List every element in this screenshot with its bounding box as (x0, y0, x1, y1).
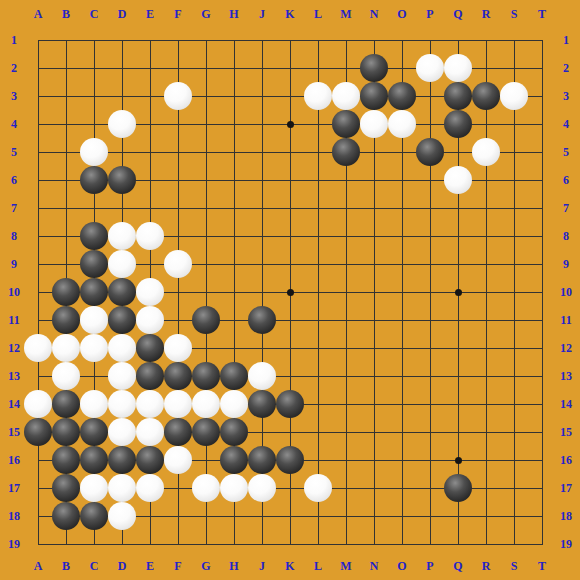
board-intersection[interactable] (108, 306, 136, 334)
board-intersection[interactable] (416, 334, 444, 362)
board-intersection[interactable] (472, 530, 500, 558)
board-intersection[interactable] (220, 194, 248, 222)
board-intersection[interactable] (24, 250, 52, 278)
board-intersection[interactable] (304, 474, 332, 502)
board-intersection[interactable] (136, 334, 164, 362)
board-intersection[interactable] (24, 390, 52, 418)
board-intersection[interactable] (136, 82, 164, 110)
board-intersection[interactable] (500, 250, 528, 278)
board-intersection[interactable] (276, 530, 304, 558)
board-intersection[interactable] (388, 362, 416, 390)
board-intersection[interactable] (220, 362, 248, 390)
board-intersection[interactable] (24, 110, 52, 138)
board-intersection[interactable] (164, 530, 192, 558)
board-intersection[interactable] (388, 446, 416, 474)
board-intersection[interactable] (192, 278, 220, 306)
board-intersection[interactable] (416, 278, 444, 306)
board-intersection[interactable] (360, 306, 388, 334)
board-intersection[interactable] (444, 222, 472, 250)
board-intersection[interactable] (388, 306, 416, 334)
board-intersection[interactable] (472, 446, 500, 474)
board-intersection[interactable] (248, 502, 276, 530)
board-intersection[interactable] (276, 222, 304, 250)
board-intersection[interactable] (332, 530, 360, 558)
board-intersection[interactable] (472, 474, 500, 502)
board-intersection[interactable] (108, 26, 136, 54)
board-intersection[interactable] (500, 222, 528, 250)
board-intersection[interactable] (220, 446, 248, 474)
board-intersection[interactable] (304, 194, 332, 222)
board-intersection[interactable] (220, 530, 248, 558)
board-intersection[interactable] (304, 390, 332, 418)
board-intersection[interactable] (332, 334, 360, 362)
board-intersection[interactable] (276, 474, 304, 502)
board-intersection[interactable] (80, 138, 108, 166)
board-intersection[interactable] (500, 194, 528, 222)
board-intersection[interactable] (248, 362, 276, 390)
board-intersection[interactable] (136, 446, 164, 474)
board-intersection[interactable] (360, 54, 388, 82)
board-intersection[interactable] (388, 26, 416, 54)
board-intersection[interactable] (416, 418, 444, 446)
board-intersection[interactable] (80, 306, 108, 334)
board-intersection[interactable] (24, 82, 52, 110)
board-intersection[interactable] (192, 362, 220, 390)
board-intersection[interactable] (52, 530, 80, 558)
board-intersection[interactable] (220, 278, 248, 306)
board-intersection[interactable] (388, 334, 416, 362)
board-intersection[interactable] (416, 530, 444, 558)
board-intersection[interactable] (444, 474, 472, 502)
board-intersection[interactable] (276, 138, 304, 166)
board-intersection[interactable] (192, 502, 220, 530)
board-intersection[interactable] (472, 138, 500, 166)
board-intersection[interactable] (332, 138, 360, 166)
board-intersection[interactable] (248, 530, 276, 558)
board-intersection[interactable] (276, 306, 304, 334)
board-intersection[interactable] (416, 194, 444, 222)
board-intersection[interactable] (108, 82, 136, 110)
board-intersection[interactable] (360, 222, 388, 250)
board-intersection[interactable] (304, 278, 332, 306)
board-intersection[interactable] (500, 502, 528, 530)
board-intersection[interactable] (444, 82, 472, 110)
board-intersection[interactable] (192, 82, 220, 110)
board-intersection[interactable] (52, 502, 80, 530)
board-intersection[interactable] (164, 110, 192, 138)
board-intersection[interactable] (136, 278, 164, 306)
board-intersection[interactable] (304, 54, 332, 82)
board-intersection[interactable] (108, 362, 136, 390)
board-intersection[interactable] (332, 54, 360, 82)
board-intersection[interactable] (444, 250, 472, 278)
board-intersection[interactable] (192, 334, 220, 362)
board-intersection[interactable] (472, 166, 500, 194)
board-intersection[interactable] (416, 250, 444, 278)
board-intersection[interactable] (136, 166, 164, 194)
board-intersection[interactable] (360, 362, 388, 390)
board-intersection[interactable] (388, 418, 416, 446)
board-intersection[interactable] (108, 502, 136, 530)
board-intersection[interactable] (416, 138, 444, 166)
board-intersection[interactable] (52, 110, 80, 138)
board-intersection[interactable] (472, 390, 500, 418)
board-intersection[interactable] (52, 362, 80, 390)
board-intersection[interactable] (332, 418, 360, 446)
board-intersection[interactable] (164, 194, 192, 222)
board-intersection[interactable] (164, 390, 192, 418)
board-intersection[interactable] (52, 26, 80, 54)
board-intersection[interactable] (500, 390, 528, 418)
board-intersection[interactable] (80, 194, 108, 222)
board-intersection[interactable] (24, 474, 52, 502)
board-intersection[interactable] (416, 110, 444, 138)
board-intersection[interactable] (332, 474, 360, 502)
board-intersection[interactable] (444, 334, 472, 362)
board-intersection[interactable] (444, 530, 472, 558)
board-intersection[interactable] (304, 82, 332, 110)
board-intersection[interactable] (332, 250, 360, 278)
board-intersection[interactable] (388, 278, 416, 306)
board-intersection[interactable] (360, 446, 388, 474)
board-intersection[interactable] (24, 138, 52, 166)
board-intersection[interactable] (416, 82, 444, 110)
board-intersection[interactable] (192, 306, 220, 334)
board-intersection[interactable] (276, 418, 304, 446)
board-intersection[interactable] (388, 390, 416, 418)
board-intersection[interactable] (248, 446, 276, 474)
board-intersection[interactable] (332, 502, 360, 530)
board-intersection[interactable] (332, 110, 360, 138)
board-intersection[interactable] (24, 278, 52, 306)
board-intersection[interactable] (416, 446, 444, 474)
board-intersection[interactable] (472, 362, 500, 390)
board-intersection[interactable] (472, 418, 500, 446)
board-intersection[interactable] (220, 26, 248, 54)
board-intersection[interactable] (136, 26, 164, 54)
board-intersection[interactable] (360, 418, 388, 446)
board-intersection[interactable] (108, 166, 136, 194)
board-intersection[interactable] (136, 138, 164, 166)
board-intersection[interactable] (388, 250, 416, 278)
board-intersection[interactable] (332, 166, 360, 194)
board-intersection[interactable] (136, 194, 164, 222)
board-intersection[interactable] (444, 54, 472, 82)
board-intersection[interactable] (108, 334, 136, 362)
board-intersection[interactable] (52, 390, 80, 418)
board-intersection[interactable] (472, 278, 500, 306)
board-intersection[interactable] (52, 334, 80, 362)
board-intersection[interactable] (472, 222, 500, 250)
board-intersection[interactable] (80, 82, 108, 110)
board-intersection[interactable] (276, 54, 304, 82)
board-intersection[interactable] (136, 222, 164, 250)
board-intersection[interactable] (388, 166, 416, 194)
board-intersection[interactable] (304, 362, 332, 390)
board-intersection[interactable] (332, 390, 360, 418)
board-intersection[interactable] (276, 26, 304, 54)
board-intersection[interactable] (276, 82, 304, 110)
board-intersection[interactable] (500, 166, 528, 194)
board-intersection[interactable] (24, 502, 52, 530)
board-intersection[interactable] (52, 306, 80, 334)
board-intersection[interactable] (24, 26, 52, 54)
board-intersection[interactable] (444, 194, 472, 222)
board-intersection[interactable] (472, 306, 500, 334)
board-intersection[interactable] (500, 418, 528, 446)
board-intersection[interactable] (416, 362, 444, 390)
board-intersection[interactable] (360, 334, 388, 362)
board-intersection[interactable] (192, 250, 220, 278)
board-intersection[interactable] (136, 306, 164, 334)
board-intersection[interactable] (276, 446, 304, 474)
board-intersection[interactable] (164, 138, 192, 166)
board-intersection[interactable] (500, 278, 528, 306)
board-intersection[interactable] (388, 138, 416, 166)
board-intersection[interactable] (24, 306, 52, 334)
board-intersection[interactable] (444, 390, 472, 418)
board-intersection[interactable] (388, 530, 416, 558)
board-intersection[interactable] (276, 334, 304, 362)
board-intersection[interactable] (192, 54, 220, 82)
board-intersection[interactable] (248, 418, 276, 446)
board-intersection[interactable] (248, 26, 276, 54)
board-intersection[interactable] (416, 306, 444, 334)
board-intersection[interactable] (80, 362, 108, 390)
board-intersection[interactable] (388, 474, 416, 502)
board-intersection[interactable] (52, 222, 80, 250)
board-intersection[interactable] (248, 334, 276, 362)
board-intersection[interactable] (360, 530, 388, 558)
board-intersection[interactable] (472, 502, 500, 530)
board-intersection[interactable] (444, 502, 472, 530)
board-intersection[interactable] (444, 418, 472, 446)
board-intersection[interactable] (388, 82, 416, 110)
board-intersection[interactable] (52, 54, 80, 82)
board-intersection[interactable] (220, 222, 248, 250)
board-intersection[interactable] (248, 138, 276, 166)
board-intersection[interactable] (472, 54, 500, 82)
board-intersection[interactable] (220, 54, 248, 82)
board-intersection[interactable] (332, 194, 360, 222)
board-intersection[interactable] (360, 502, 388, 530)
board-intersection[interactable] (192, 166, 220, 194)
board-intersection[interactable] (388, 502, 416, 530)
board-intersection[interactable] (444, 138, 472, 166)
board-intersection[interactable] (248, 278, 276, 306)
board-intersection[interactable] (80, 334, 108, 362)
board-intersection[interactable] (472, 194, 500, 222)
board-intersection[interactable] (164, 306, 192, 334)
board-intersection[interactable] (444, 306, 472, 334)
board-intersection[interactable] (332, 306, 360, 334)
board-intersection[interactable] (192, 390, 220, 418)
board-intersection[interactable] (108, 418, 136, 446)
board-intersection[interactable] (108, 110, 136, 138)
board-intersection[interactable] (388, 194, 416, 222)
board-intersection[interactable] (416, 54, 444, 82)
board-intersection[interactable] (360, 26, 388, 54)
board-intersection[interactable] (164, 474, 192, 502)
board-intersection[interactable] (360, 278, 388, 306)
board-intersection[interactable] (220, 110, 248, 138)
board-intersection[interactable] (80, 166, 108, 194)
board-intersection[interactable] (80, 418, 108, 446)
board-intersection[interactable] (388, 54, 416, 82)
board-intersection[interactable] (500, 334, 528, 362)
board-intersection[interactable] (164, 334, 192, 362)
board-intersection[interactable] (472, 110, 500, 138)
board-intersection[interactable] (164, 418, 192, 446)
board-intersection[interactable] (304, 166, 332, 194)
board-intersection[interactable] (360, 166, 388, 194)
board-intersection[interactable] (136, 418, 164, 446)
board-intersection[interactable] (52, 418, 80, 446)
board-intersection[interactable] (108, 390, 136, 418)
board-intersection[interactable] (248, 250, 276, 278)
board-intersection[interactable] (108, 194, 136, 222)
board-intersection[interactable] (108, 530, 136, 558)
board-intersection[interactable] (164, 362, 192, 390)
board-intersection[interactable] (304, 418, 332, 446)
board-intersection[interactable] (472, 334, 500, 362)
board-intersection[interactable] (220, 418, 248, 446)
board-intersection[interactable] (332, 26, 360, 54)
board-intersection[interactable] (80, 530, 108, 558)
board-intersection[interactable] (108, 278, 136, 306)
board-intersection[interactable] (136, 250, 164, 278)
board-intersection[interactable] (164, 26, 192, 54)
board-intersection[interactable] (472, 250, 500, 278)
board-intersection[interactable] (52, 138, 80, 166)
board-intersection[interactable] (500, 362, 528, 390)
board-intersection[interactable] (360, 194, 388, 222)
board-intersection[interactable] (24, 54, 52, 82)
board-intersection[interactable] (500, 82, 528, 110)
board-intersection[interactable] (220, 334, 248, 362)
board-intersection[interactable] (360, 82, 388, 110)
board-intersection[interactable] (248, 194, 276, 222)
board-intersection[interactable] (52, 474, 80, 502)
board-intersection[interactable] (80, 26, 108, 54)
board-intersection[interactable] (220, 474, 248, 502)
board-intersection[interactable] (248, 166, 276, 194)
board-intersection[interactable] (220, 138, 248, 166)
board-intersection[interactable] (444, 166, 472, 194)
board-intersection[interactable] (416, 474, 444, 502)
board-intersection[interactable] (388, 110, 416, 138)
board-intersection[interactable] (164, 250, 192, 278)
board-intersection[interactable] (304, 502, 332, 530)
board-intersection[interactable] (80, 222, 108, 250)
board-intersection[interactable] (24, 222, 52, 250)
board-intersection[interactable] (164, 446, 192, 474)
board-intersection[interactable] (416, 222, 444, 250)
board-intersection[interactable] (24, 334, 52, 362)
board-intersection[interactable] (52, 82, 80, 110)
board-intersection[interactable] (220, 306, 248, 334)
board-intersection[interactable] (164, 82, 192, 110)
board-intersection[interactable] (52, 194, 80, 222)
board-intersection[interactable] (332, 278, 360, 306)
board-intersection[interactable] (248, 54, 276, 82)
board-intersection[interactable] (332, 362, 360, 390)
board-intersection[interactable] (52, 446, 80, 474)
board-intersection[interactable] (416, 502, 444, 530)
board-intersection[interactable] (276, 502, 304, 530)
board-intersection[interactable] (220, 166, 248, 194)
board-intersection[interactable] (332, 82, 360, 110)
board-intersection[interactable] (192, 110, 220, 138)
board-intersection[interactable] (80, 502, 108, 530)
board-intersection[interactable] (136, 530, 164, 558)
board-intersection[interactable] (248, 222, 276, 250)
board-intersection[interactable] (80, 390, 108, 418)
board-intersection[interactable] (360, 110, 388, 138)
board-intersection[interactable] (304, 334, 332, 362)
board-intersection[interactable] (136, 362, 164, 390)
board-intersection[interactable] (276, 250, 304, 278)
board-intersection[interactable] (164, 166, 192, 194)
board-intersection[interactable] (304, 26, 332, 54)
board-intersection[interactable] (472, 82, 500, 110)
board-intersection[interactable] (108, 138, 136, 166)
board-intersection[interactable] (360, 250, 388, 278)
board-intersection[interactable] (500, 474, 528, 502)
board-intersection[interactable] (304, 138, 332, 166)
board-intersection[interactable] (248, 110, 276, 138)
board-intersection[interactable] (500, 54, 528, 82)
board-intersection[interactable] (24, 166, 52, 194)
board-intersection[interactable] (108, 474, 136, 502)
board-intersection[interactable] (332, 446, 360, 474)
board-intersection[interactable] (136, 474, 164, 502)
board-intersection[interactable] (24, 530, 52, 558)
board-intersection[interactable] (24, 194, 52, 222)
board-intersection[interactable] (500, 110, 528, 138)
board-intersection[interactable] (416, 390, 444, 418)
board-intersection[interactable] (248, 390, 276, 418)
board-intersection[interactable] (304, 446, 332, 474)
board-intersection[interactable] (80, 446, 108, 474)
board-intersection[interactable] (304, 222, 332, 250)
board-intersection[interactable] (164, 54, 192, 82)
board-intersection[interactable] (500, 446, 528, 474)
board-intersection[interactable] (164, 278, 192, 306)
board-intersection[interactable] (388, 222, 416, 250)
board-intersection[interactable] (220, 82, 248, 110)
board-intersection[interactable] (192, 474, 220, 502)
board-intersection[interactable] (24, 362, 52, 390)
board-intersection[interactable] (360, 474, 388, 502)
board-intersection[interactable] (192, 530, 220, 558)
board-intersection[interactable] (80, 250, 108, 278)
board-intersection[interactable] (276, 362, 304, 390)
board-intersection[interactable] (332, 222, 360, 250)
board-intersection[interactable] (136, 502, 164, 530)
board-intersection[interactable] (24, 446, 52, 474)
board-intersection[interactable] (444, 26, 472, 54)
board-intersection[interactable] (220, 502, 248, 530)
board-intersection[interactable] (248, 82, 276, 110)
board-intersection[interactable] (136, 54, 164, 82)
board-intersection[interactable] (360, 390, 388, 418)
board-intersection[interactable] (360, 138, 388, 166)
board-intersection[interactable] (80, 54, 108, 82)
board-intersection[interactable] (248, 306, 276, 334)
board-intersection[interactable] (304, 306, 332, 334)
board-intersection[interactable] (80, 474, 108, 502)
